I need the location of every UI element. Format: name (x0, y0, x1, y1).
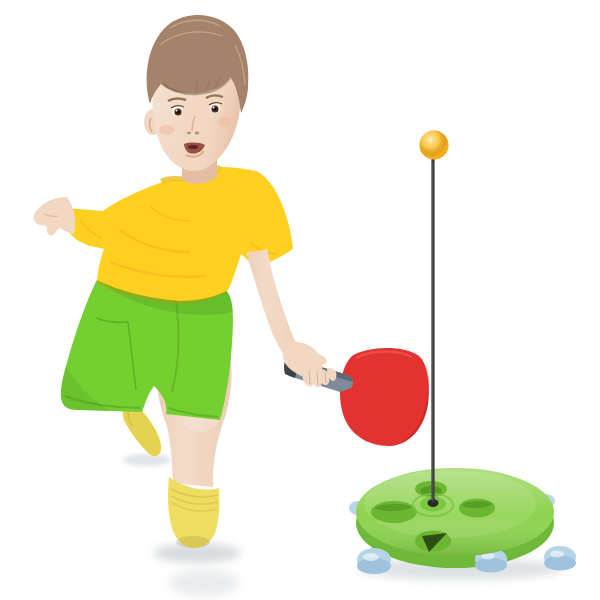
suction-cup-right (544, 546, 576, 571)
front-foot-reflection (168, 569, 240, 597)
sock-toe-shade (176, 536, 210, 548)
ball-sheen (420, 131, 449, 160)
left-eye-glint (176, 109, 178, 111)
mouth-opening (188, 145, 198, 149)
cup-highlight (550, 551, 564, 558)
scene-illustration (0, 0, 600, 600)
left-nostril (187, 132, 191, 135)
cup-highlight (363, 553, 379, 561)
cup-lip (544, 556, 576, 571)
right-eye-glint (213, 106, 215, 108)
right-nostril (195, 132, 199, 135)
suction-cup-left (357, 548, 391, 574)
cup-lip (475, 558, 507, 573)
product-photo (0, 0, 600, 600)
left-cheek-blush (159, 125, 175, 135)
back-foot-shadow (123, 454, 171, 466)
right-cheek-blush (217, 117, 231, 127)
